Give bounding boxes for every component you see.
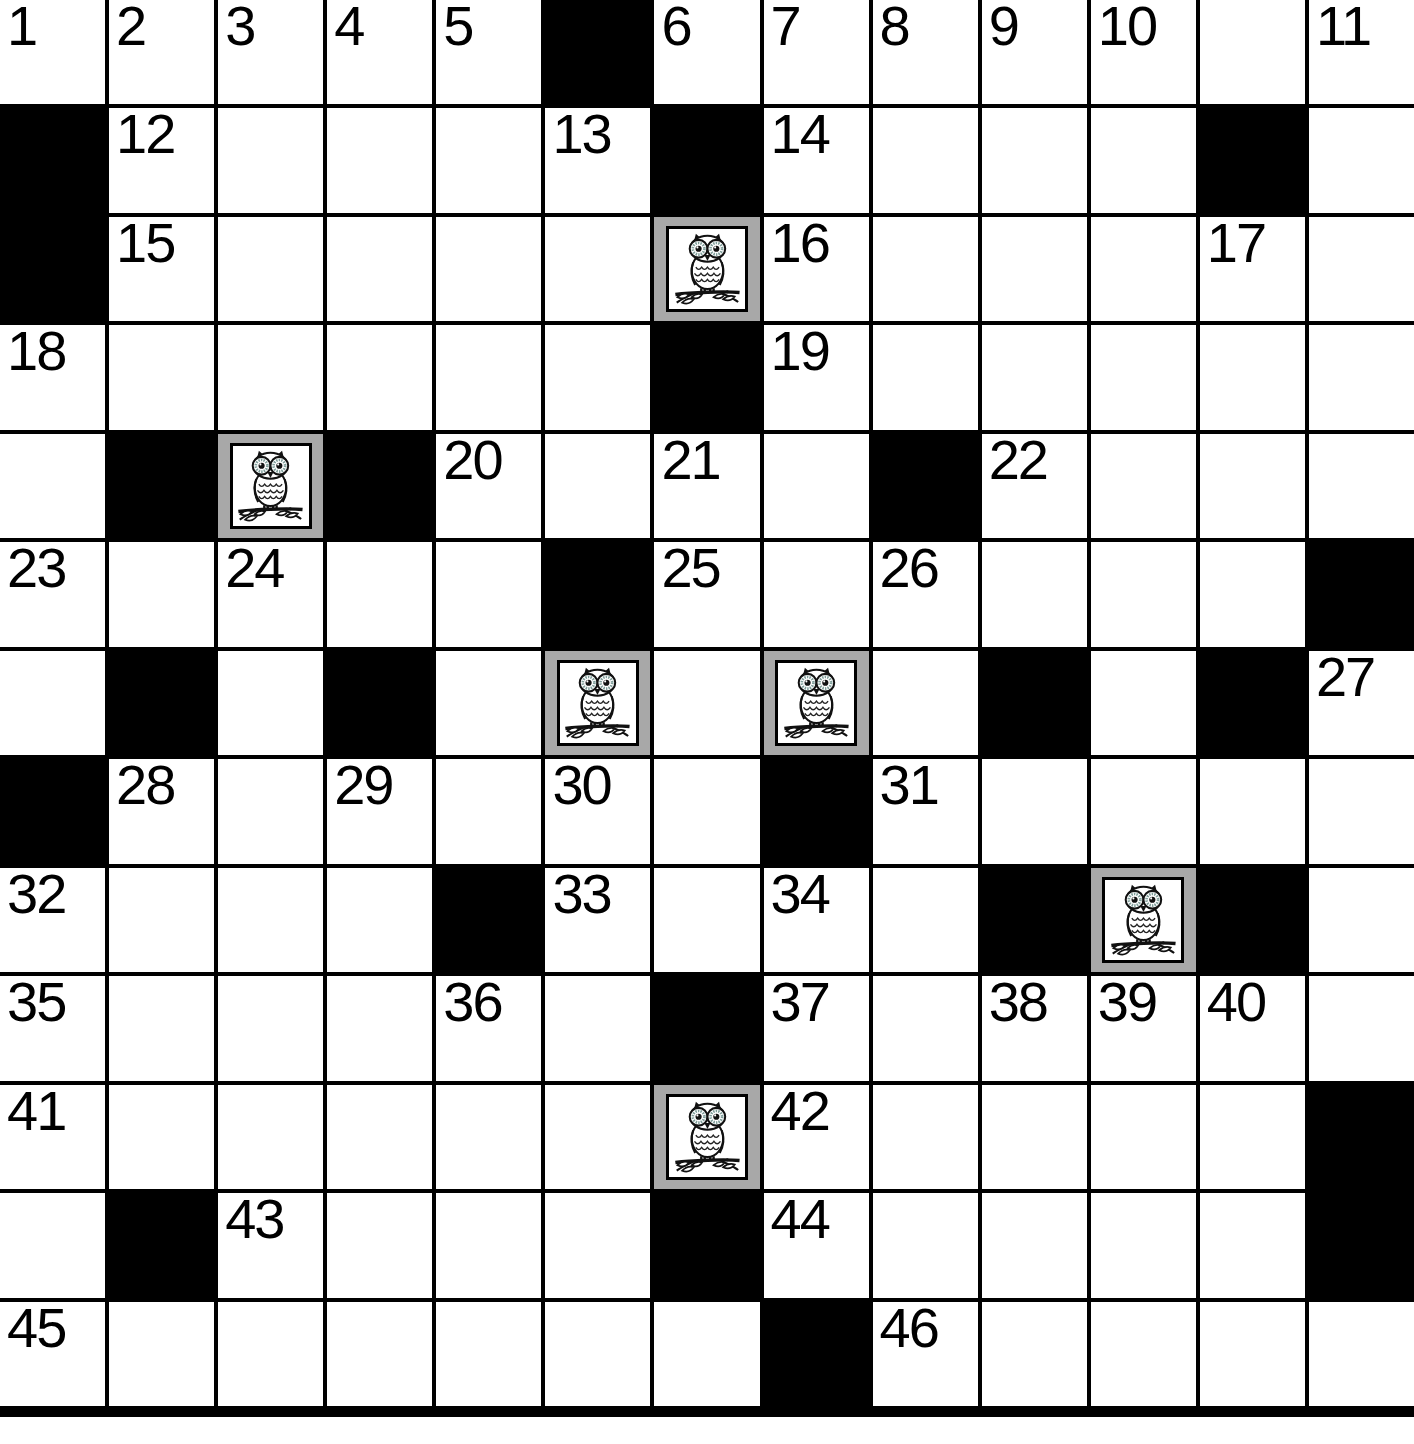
cell-r5-c12[interactable]: [1200, 434, 1305, 538]
cell-r7-c13[interactable]: 27: [1309, 651, 1414, 755]
cell-r6-c12[interactable]: [1200, 542, 1305, 646]
cell-r12-c4[interactable]: [327, 1193, 432, 1297]
cell-r9-c10: [982, 868, 1087, 972]
cell-r10-c3[interactable]: [218, 976, 323, 1080]
cell-r12-c13: [1309, 1193, 1414, 1297]
cell-r8-c13[interactable]: [1309, 759, 1414, 863]
cell-r1-c2[interactable]: 2: [109, 0, 214, 104]
clue-number: 10: [1098, 0, 1156, 56]
cell-r7-c6[interactable]: [545, 651, 650, 755]
cell-r9-c8[interactable]: 34: [764, 868, 869, 972]
cell-r1-c4[interactable]: 4: [327, 0, 432, 104]
cell-r13-c4[interactable]: [327, 1302, 432, 1406]
cell-r2-c8[interactable]: 14: [764, 108, 869, 212]
cell-r7-c8[interactable]: [764, 651, 869, 755]
cell-r8-c5[interactable]: [436, 759, 541, 863]
cell-r4-c4[interactable]: [327, 325, 432, 429]
clue-number: 11: [1316, 0, 1370, 56]
clue-number: 17: [1207, 214, 1265, 273]
crossword-page: 1234567891011121314151617181920212223242…: [0, 0, 1414, 1444]
cell-r4-c1[interactable]: 18: [0, 325, 105, 429]
cell-r2-c5[interactable]: [436, 108, 541, 212]
cell-r8-c10[interactable]: [982, 759, 1087, 863]
cell-r1-c1[interactable]: 1: [0, 0, 105, 104]
cell-r1-c5[interactable]: 5: [436, 0, 541, 104]
clue-number: 26: [880, 539, 938, 598]
clue-number: 31: [880, 756, 938, 815]
cell-r3-c9[interactable]: [873, 217, 978, 321]
cell-r11-c9[interactable]: [873, 1085, 978, 1189]
cell-r13-c5[interactable]: [436, 1302, 541, 1406]
cell-r2-c11[interactable]: [1091, 108, 1196, 212]
clue-number: 12: [116, 105, 174, 164]
cell-r6-c8[interactable]: [764, 542, 869, 646]
cell-r12-c1[interactable]: [0, 1193, 105, 1297]
clue-number: 19: [771, 322, 829, 381]
cell-r12-c9[interactable]: [873, 1193, 978, 1297]
owl-icon: [666, 226, 748, 312]
clue-number: 46: [880, 1299, 938, 1358]
cell-r3-c4[interactable]: [327, 217, 432, 321]
cell-r8-c2[interactable]: 28: [109, 759, 214, 863]
cell-r2-c6[interactable]: 13: [545, 108, 650, 212]
cell-r9-c3[interactable]: [218, 868, 323, 972]
cell-r1-c8[interactable]: 7: [764, 0, 869, 104]
cell-r3-c13[interactable]: [1309, 217, 1414, 321]
cell-r6-c6: [545, 542, 650, 646]
cell-r2-c12: [1200, 108, 1305, 212]
cell-r13-c11[interactable]: [1091, 1302, 1196, 1406]
cell-r12-c5[interactable]: [436, 1193, 541, 1297]
cell-r13-c10[interactable]: [982, 1302, 1087, 1406]
cell-r1-c10[interactable]: 9: [982, 0, 1087, 104]
cell-r12-c10[interactable]: [982, 1193, 1087, 1297]
cell-r10-c5[interactable]: 36: [436, 976, 541, 1080]
cell-r7-c2: [109, 651, 214, 755]
cell-r9-c4[interactable]: [327, 868, 432, 972]
cell-r13-c12[interactable]: [1200, 1302, 1305, 1406]
cell-r11-c11[interactable]: [1091, 1085, 1196, 1189]
clue-number: 37: [771, 973, 829, 1032]
clue-number: 36: [443, 973, 501, 1032]
cell-r9-c12: [1200, 868, 1305, 972]
cell-r8-c6[interactable]: 30: [545, 759, 650, 863]
cell-r5-c6[interactable]: [545, 434, 650, 538]
cell-r12-c11[interactable]: [1091, 1193, 1196, 1297]
cell-r11-c7[interactable]: [654, 1085, 759, 1189]
cell-r2-c4[interactable]: [327, 108, 432, 212]
cell-r13-c6[interactable]: [545, 1302, 650, 1406]
cell-r5-c11[interactable]: [1091, 434, 1196, 538]
cell-r6-c2[interactable]: [109, 542, 214, 646]
cell-r12-c2: [109, 1193, 214, 1297]
cell-r7-c5[interactable]: [436, 651, 541, 755]
cell-r5-c4: [327, 434, 432, 538]
cell-r11-c13: [1309, 1085, 1414, 1189]
clue-number: 34: [771, 865, 829, 924]
cell-r7-c3[interactable]: [218, 651, 323, 755]
clue-number: 41: [7, 1082, 65, 1141]
clue-number: 13: [552, 105, 610, 164]
cell-r10-c1[interactable]: 35: [0, 976, 105, 1080]
clue-number: 28: [116, 756, 174, 815]
clue-number: 24: [225, 539, 283, 598]
cell-r8-c8: [764, 759, 869, 863]
cell-r3-c5[interactable]: [436, 217, 541, 321]
cell-r11-c10[interactable]: [982, 1085, 1087, 1189]
cell-r10-c4[interactable]: [327, 976, 432, 1080]
cell-r5-c5[interactable]: 20: [436, 434, 541, 538]
cell-r11-c8[interactable]: 42: [764, 1085, 869, 1189]
clue-number: 7: [771, 0, 800, 56]
cell-r5-c3[interactable]: [218, 434, 323, 538]
owl-icon: [666, 1094, 748, 1180]
cell-r4-c3[interactable]: [218, 325, 323, 429]
cell-r10-c9[interactable]: [873, 976, 978, 1080]
cell-r6-c11[interactable]: [1091, 542, 1196, 646]
cell-r12-c6[interactable]: [545, 1193, 650, 1297]
cell-r9-c2[interactable]: [109, 868, 214, 972]
cell-r2-c3[interactable]: [218, 108, 323, 212]
cell-r7-c7[interactable]: [654, 651, 759, 755]
cell-r1-c3[interactable]: 3: [218, 0, 323, 104]
cell-r1-c11[interactable]: 10: [1091, 0, 1196, 104]
cell-r4-c2[interactable]: [109, 325, 214, 429]
cell-r13-c13[interactable]: [1309, 1302, 1414, 1406]
cell-r6-c1[interactable]: 23: [0, 542, 105, 646]
cell-r7-c10: [982, 651, 1087, 755]
cell-r5-c1[interactable]: [0, 434, 105, 538]
clue-number: 8: [880, 0, 909, 56]
cell-r11-c3[interactable]: [218, 1085, 323, 1189]
clue-number: 27: [1316, 648, 1374, 707]
cell-r5-c9: [873, 434, 978, 538]
cell-r3-c8[interactable]: 16: [764, 217, 869, 321]
cell-r12-c7: [654, 1193, 759, 1297]
cell-r6-c13: [1309, 542, 1414, 646]
owl-icon: [1102, 877, 1184, 963]
cell-r1-c9[interactable]: 8: [873, 0, 978, 104]
cell-r11-c12[interactable]: [1200, 1085, 1305, 1189]
cell-r8-c11[interactable]: [1091, 759, 1196, 863]
cell-r12-c12[interactable]: [1200, 1193, 1305, 1297]
cell-r6-c10[interactable]: [982, 542, 1087, 646]
cell-r1-c6: [545, 0, 650, 104]
cell-r10-c8[interactable]: 37: [764, 976, 869, 1080]
cell-r4-c6[interactable]: [545, 325, 650, 429]
cell-r2-c7: [654, 108, 759, 212]
cell-r5-c10[interactable]: 22: [982, 434, 1087, 538]
cell-r5-c8[interactable]: [764, 434, 869, 538]
crossword-grid: 1234567891011121314151617181920212223242…: [0, 0, 1414, 1406]
cell-r10-c7: [654, 976, 759, 1080]
cell-r5-c7[interactable]: 21: [654, 434, 759, 538]
cell-r3-c11[interactable]: [1091, 217, 1196, 321]
cell-r3-c12[interactable]: 17: [1200, 217, 1305, 321]
cell-r7-c4: [327, 651, 432, 755]
cell-r5-c13[interactable]: [1309, 434, 1414, 538]
clue-number: 20: [443, 431, 501, 490]
cell-r2-c13[interactable]: [1309, 108, 1414, 212]
cell-r8-c9[interactable]: 31: [873, 759, 978, 863]
clue-number: 29: [334, 756, 392, 815]
cell-r6-c9[interactable]: 26: [873, 542, 978, 646]
clue-number: 18: [7, 322, 65, 381]
cell-r2-c1: [0, 108, 105, 212]
cell-r3-c3[interactable]: [218, 217, 323, 321]
clue-number: 30: [552, 756, 610, 815]
cell-r6-c3[interactable]: 24: [218, 542, 323, 646]
clue-number: 42: [771, 1082, 829, 1141]
cell-r7-c9[interactable]: [873, 651, 978, 755]
owl-icon: [775, 660, 857, 746]
cell-r7-c1[interactable]: [0, 651, 105, 755]
cell-r3-c10[interactable]: [982, 217, 1087, 321]
cell-r11-c6[interactable]: [545, 1085, 650, 1189]
clue-number: 25: [661, 539, 719, 598]
owl-icon: [230, 443, 312, 529]
cell-r6-c4[interactable]: [327, 542, 432, 646]
cell-r3-c7[interactable]: [654, 217, 759, 321]
clue-number: 5: [443, 0, 472, 56]
grid-bottom-border: [0, 1406, 1414, 1417]
clue-number: 39: [1098, 973, 1156, 1032]
cell-r4-c12[interactable]: [1200, 325, 1305, 429]
cell-r13-c3[interactable]: [218, 1302, 323, 1406]
cell-r11-c5[interactable]: [436, 1085, 541, 1189]
cell-r4-c5[interactable]: [436, 325, 541, 429]
cell-r1-c12[interactable]: [1200, 0, 1305, 104]
cell-r10-c2[interactable]: [109, 976, 214, 1080]
cell-r4-c8[interactable]: 19: [764, 325, 869, 429]
cell-r3-c2[interactable]: 15: [109, 217, 214, 321]
cell-r4-c7: [654, 325, 759, 429]
cell-r9-c11[interactable]: [1091, 868, 1196, 972]
cell-r2-c2[interactable]: 12: [109, 108, 214, 212]
cell-r11-c2[interactable]: [109, 1085, 214, 1189]
cell-r13-c9[interactable]: 46: [873, 1302, 978, 1406]
cell-r13-c7[interactable]: [654, 1302, 759, 1406]
clue-number: 21: [661, 431, 719, 490]
cell-r10-c12[interactable]: 40: [1200, 976, 1305, 1080]
clue-number: 15: [116, 214, 174, 273]
cell-r3-c1: [0, 217, 105, 321]
cell-r11-c1[interactable]: 41: [0, 1085, 105, 1189]
clue-number: 3: [225, 0, 254, 56]
clue-number: 38: [989, 973, 1047, 1032]
cell-r6-c5[interactable]: [436, 542, 541, 646]
cell-r12-c8[interactable]: 44: [764, 1193, 869, 1297]
cell-r9-c13[interactable]: [1309, 868, 1414, 972]
clue-number: 43: [225, 1190, 283, 1249]
clue-number: 32: [7, 865, 65, 924]
cell-r9-c1[interactable]: 32: [0, 868, 105, 972]
clue-number: 23: [7, 539, 65, 598]
cell-r10-c10[interactable]: 38: [982, 976, 1087, 1080]
cell-r2-c10[interactable]: [982, 108, 1087, 212]
cell-r8-c1: [0, 759, 105, 863]
cell-r5-c2: [109, 434, 214, 538]
cell-r8-c12[interactable]: [1200, 759, 1305, 863]
cell-r10-c6[interactable]: [545, 976, 650, 1080]
owl-icon: [557, 660, 639, 746]
cell-r4-c9[interactable]: [873, 325, 978, 429]
cell-r8-c7[interactable]: [654, 759, 759, 863]
cell-r7-c11[interactable]: [1091, 651, 1196, 755]
clue-number: 6: [661, 0, 690, 56]
cell-r2-c9[interactable]: [873, 108, 978, 212]
clue-number: 2: [116, 0, 145, 56]
cell-r6-c7[interactable]: 25: [654, 542, 759, 646]
cell-r11-c4[interactable]: [327, 1085, 432, 1189]
cell-r9-c5: [436, 868, 541, 972]
cell-r1-c13[interactable]: 11: [1309, 0, 1414, 104]
clue-number: 9: [989, 0, 1018, 56]
clue-number: 44: [771, 1190, 829, 1249]
cell-r9-c9[interactable]: [873, 868, 978, 972]
clue-number: 22: [989, 431, 1047, 490]
cell-r4-c13[interactable]: [1309, 325, 1414, 429]
clue-number: 14: [771, 105, 829, 164]
clue-number: 4: [334, 0, 363, 56]
cell-r13-c2[interactable]: [109, 1302, 214, 1406]
cell-r3-c6[interactable]: [545, 217, 650, 321]
cell-r1-c7[interactable]: 6: [654, 0, 759, 104]
cell-r7-c12: [1200, 651, 1305, 755]
clue-number: 33: [552, 865, 610, 924]
cell-r10-c11[interactable]: 39: [1091, 976, 1196, 1080]
cell-r10-c13[interactable]: [1309, 976, 1414, 1080]
cell-r9-c7[interactable]: [654, 868, 759, 972]
cell-r12-c3[interactable]: 43: [218, 1193, 323, 1297]
cell-r13-c8: [764, 1302, 869, 1406]
clue-number: 35: [7, 973, 65, 1032]
clue-number: 1: [7, 0, 36, 56]
clue-number: 16: [771, 214, 829, 273]
clue-number: 40: [1207, 973, 1265, 1032]
cell-r13-c1[interactable]: 45: [0, 1302, 105, 1406]
clue-number: 45: [7, 1299, 65, 1358]
cell-r4-c10[interactable]: [982, 325, 1087, 429]
cell-r8-c4[interactable]: 29: [327, 759, 432, 863]
cell-r9-c6[interactable]: 33: [545, 868, 650, 972]
cell-r8-c3[interactable]: [218, 759, 323, 863]
cell-r4-c11[interactable]: [1091, 325, 1196, 429]
